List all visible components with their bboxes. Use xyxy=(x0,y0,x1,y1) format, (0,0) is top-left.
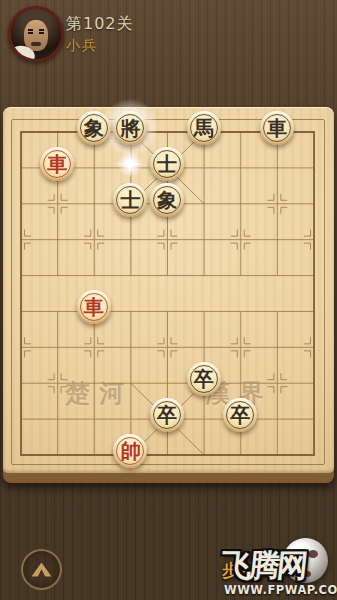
chevron-up-icon xyxy=(32,563,52,577)
app-screen: 第102关 小兵 楚河 漢界 象將馬車車士士象車卒卒卒帥 步数:5 飞腾网 WW… xyxy=(0,0,337,600)
piece-glyph: 卒 xyxy=(230,405,250,425)
hint-sparkle xyxy=(115,149,145,179)
piece-車-black[interactable]: 車 xyxy=(260,111,294,145)
piece-glyph: 車 xyxy=(267,118,287,138)
avatar xyxy=(8,6,64,62)
xiangqi-board[interactable]: 楚河 漢界 象將馬車車士士象車卒卒卒帥 xyxy=(3,107,334,483)
piece-glyph: 士 xyxy=(157,154,177,174)
piece-glyph: 象 xyxy=(157,190,177,210)
piece-車-red[interactable]: 車 xyxy=(40,147,74,181)
piece-馬-black[interactable]: 馬 xyxy=(187,111,221,145)
level-label: 第102关 xyxy=(66,14,134,35)
piece-glyph: 將 xyxy=(120,118,140,138)
piece-glyph: 車 xyxy=(47,154,67,174)
level-name: 小兵 xyxy=(66,37,98,55)
watermark-site-name: 飞腾网 xyxy=(219,545,307,587)
piece-glyph: 士 xyxy=(120,190,140,210)
piece-象-black[interactable]: 象 xyxy=(150,183,184,217)
piece-glyph: 卒 xyxy=(194,369,214,389)
piece-卒-black[interactable]: 卒 xyxy=(150,398,184,432)
piece-車-red[interactable]: 車 xyxy=(77,290,111,324)
piece-glyph: 馬 xyxy=(194,118,214,138)
piece-卒-black[interactable]: 卒 xyxy=(187,362,221,396)
piece-glyph: 帥 xyxy=(120,441,140,461)
piece-象-black[interactable]: 象 xyxy=(77,111,111,145)
piece-卒-black[interactable]: 卒 xyxy=(223,398,257,432)
piece-士-black[interactable]: 士 xyxy=(150,147,184,181)
piece-士-black[interactable]: 士 xyxy=(113,183,147,217)
piece-glyph: 象 xyxy=(84,118,104,138)
pieces-layer[interactable]: 象將馬車車士士象車卒卒卒帥 xyxy=(21,132,314,455)
piece-glyph: 卒 xyxy=(157,405,177,425)
piece-glyph: 車 xyxy=(84,297,104,317)
watermark-site-url: WWW.FPWAP.COM xyxy=(224,583,337,597)
expand-button[interactable] xyxy=(21,549,62,590)
